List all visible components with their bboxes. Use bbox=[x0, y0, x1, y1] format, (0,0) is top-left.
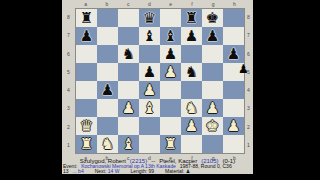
file-label-d: d bbox=[139, 1, 160, 7]
square-h3 bbox=[223, 99, 244, 117]
square-g5 bbox=[202, 63, 223, 81]
square-f3: ♞ bbox=[181, 99, 202, 117]
rank-label-7: 7 bbox=[67, 26, 74, 44]
square-b1: ♞ bbox=[97, 135, 118, 153]
black-knight-icon: ♞ bbox=[185, 65, 198, 80]
square-g3: ♟ bbox=[202, 99, 223, 117]
white-queen-icon: ♛ bbox=[80, 119, 93, 134]
square-d8: ♛ bbox=[139, 9, 160, 27]
square-d7: ♝ bbox=[139, 27, 160, 45]
square-d6 bbox=[139, 45, 160, 63]
black-pawn-icon: ♟ bbox=[143, 65, 156, 80]
square-c3: ♟ bbox=[118, 99, 139, 117]
square-d2 bbox=[139, 117, 160, 135]
white-bishop-icon: ♝ bbox=[143, 101, 156, 116]
square-c4 bbox=[118, 81, 139, 99]
file-label-c: c bbox=[118, 1, 139, 7]
rank-label-3: 3 bbox=[247, 99, 253, 117]
square-f1 bbox=[181, 135, 202, 153]
chess-app-panel: abcdefgh 87654321 ♜♛♜♚♟♝♝♟♟♞♟♟♟♟♞♟♟♟♝♞♟♛… bbox=[62, 0, 253, 174]
square-d4: ♟ bbox=[139, 81, 160, 99]
black-pawn-icon: ♟ bbox=[227, 47, 240, 62]
square-e8 bbox=[160, 9, 181, 27]
square-g4 bbox=[202, 81, 223, 99]
square-f5: ♞ bbox=[181, 63, 202, 81]
rank-label-7: 7 bbox=[247, 26, 253, 44]
next-move: Next: 14 W bbox=[95, 169, 120, 174]
black-pawn-icon: ♟ bbox=[206, 29, 219, 44]
file-label-h: h bbox=[224, 1, 245, 7]
square-b5 bbox=[97, 63, 118, 81]
black-pawn-icon: ♟ bbox=[80, 29, 93, 44]
square-e1: ♜ bbox=[160, 135, 181, 153]
rank-labels-right: 87654321 bbox=[247, 8, 253, 154]
square-g7: ♟ bbox=[202, 27, 223, 45]
rank-label-8: 8 bbox=[247, 8, 253, 26]
square-e2 bbox=[160, 117, 181, 135]
square-a2: ♛ bbox=[76, 117, 97, 135]
white-pawn-icon: ♟ bbox=[206, 101, 219, 116]
black-king-icon: ♚ bbox=[206, 11, 219, 26]
black-pawn-icon: ♟ bbox=[101, 83, 114, 98]
square-g1 bbox=[202, 135, 223, 153]
file-labels-top: abcdefgh bbox=[75, 1, 245, 7]
square-h7 bbox=[223, 27, 244, 45]
square-b3 bbox=[97, 99, 118, 117]
square-h2: ♟ bbox=[223, 117, 244, 135]
square-g6 bbox=[202, 45, 223, 63]
white-king-icon: ♚ bbox=[206, 119, 219, 134]
square-b7 bbox=[97, 27, 118, 45]
square-b6 bbox=[97, 45, 118, 63]
square-d1 bbox=[139, 135, 160, 153]
black-pawn-icon: ♟ bbox=[185, 29, 198, 44]
square-c6: ♞ bbox=[118, 45, 139, 63]
last-move: 13... b4 bbox=[63, 169, 84, 174]
square-g8: ♚ bbox=[202, 9, 223, 27]
square-f7: ♟ bbox=[181, 27, 202, 45]
white-pawn-icon: ♟ bbox=[164, 65, 177, 80]
black-knight-icon: ♞ bbox=[122, 47, 135, 62]
square-h1 bbox=[223, 135, 244, 153]
square-e3 bbox=[160, 99, 181, 117]
white-knight-icon: ♞ bbox=[101, 137, 114, 152]
square-a1: ♜ bbox=[76, 135, 97, 153]
square-f8: ♜ bbox=[181, 9, 202, 27]
file-label-a: a bbox=[75, 1, 96, 7]
file-label-b: b bbox=[96, 1, 117, 7]
square-h4 bbox=[223, 81, 244, 99]
chess-board: ♜♛♜♚♟♝♝♟♟♞♟♟♟♟♞♟♟♟♝♞♟♛♟♚♟♜♞♝♜ bbox=[75, 8, 245, 154]
square-h6: ♟ bbox=[223, 45, 244, 63]
file-label-g: g bbox=[203, 1, 224, 7]
square-e7: ♝ bbox=[160, 27, 181, 45]
white-bishop-icon: ♝ bbox=[122, 137, 135, 152]
rank-label-4: 4 bbox=[247, 81, 253, 99]
file-label-f: f bbox=[181, 1, 202, 7]
square-a4 bbox=[76, 81, 97, 99]
stats-line: 13... b4 Next: 14 W Length: 99 Material:… bbox=[63, 169, 252, 174]
rank-label-6: 6 bbox=[67, 45, 74, 63]
rank-label-8: 8 bbox=[67, 8, 74, 26]
rank-label-4: 4 bbox=[67, 81, 74, 99]
square-d3: ♝ bbox=[139, 99, 160, 117]
rank-label-2: 2 bbox=[67, 118, 74, 136]
material-count: Material: ♟ bbox=[165, 169, 190, 174]
square-f4 bbox=[181, 81, 202, 99]
rank-label-5: 5 bbox=[67, 63, 74, 81]
black-rook-icon: ♜ bbox=[80, 11, 93, 26]
square-b8 bbox=[97, 9, 118, 27]
square-b2 bbox=[97, 117, 118, 135]
square-d5: ♟ bbox=[139, 63, 160, 81]
rank-label-2: 2 bbox=[247, 118, 253, 136]
square-e4 bbox=[160, 81, 181, 99]
white-rook-icon: ♜ bbox=[80, 137, 93, 152]
square-e5: ♟ bbox=[160, 63, 181, 81]
black-bishop-icon: ♝ bbox=[143, 29, 156, 44]
square-a7: ♟ bbox=[76, 27, 97, 45]
white-pawn-icon: ♟ bbox=[227, 119, 240, 134]
rank-label-6: 6 bbox=[247, 45, 253, 63]
rank-labels-left: 87654321 bbox=[67, 8, 74, 154]
square-f6 bbox=[181, 45, 202, 63]
white-pawn-icon: ♟ bbox=[185, 119, 198, 134]
square-b4: ♟ bbox=[97, 81, 118, 99]
black-rook-icon: ♜ bbox=[185, 11, 198, 26]
file-label-e: e bbox=[160, 1, 181, 7]
square-a5 bbox=[76, 63, 97, 81]
square-h8 bbox=[223, 9, 244, 27]
square-f2: ♟ bbox=[181, 117, 202, 135]
square-c2 bbox=[118, 117, 139, 135]
square-g2: ♚ bbox=[202, 117, 223, 135]
square-a3 bbox=[76, 99, 97, 117]
square-a6 bbox=[76, 45, 97, 63]
material-black-pawn-icon: ♟ bbox=[238, 63, 249, 75]
game-length: Length: 99 bbox=[130, 169, 154, 174]
square-a8: ♜ bbox=[76, 9, 97, 27]
square-c8 bbox=[118, 9, 139, 27]
white-knight-icon: ♞ bbox=[185, 101, 198, 116]
square-c1: ♝ bbox=[118, 135, 139, 153]
black-queen-icon: ♛ bbox=[143, 11, 156, 26]
square-e6: ♟ bbox=[160, 45, 181, 63]
rank-label-3: 3 bbox=[67, 99, 74, 117]
square-c7 bbox=[118, 27, 139, 45]
black-pawn-icon: ♟ bbox=[164, 47, 177, 62]
white-rook-icon: ♜ bbox=[164, 137, 177, 152]
rank-label-1: 1 bbox=[67, 136, 74, 154]
white-pawn-icon: ♟ bbox=[143, 83, 156, 98]
video-frame: abcdefgh 87654321 ♜♛♜♚♟♝♝♟♟♞♟♟♟♟♞♟♟♟♝♞♟♛… bbox=[0, 0, 320, 180]
square-c5 bbox=[118, 63, 139, 81]
rank-label-1: 1 bbox=[247, 136, 253, 154]
white-pawn-icon: ♟ bbox=[122, 101, 135, 116]
black-bishop-icon: ♝ bbox=[164, 29, 177, 44]
